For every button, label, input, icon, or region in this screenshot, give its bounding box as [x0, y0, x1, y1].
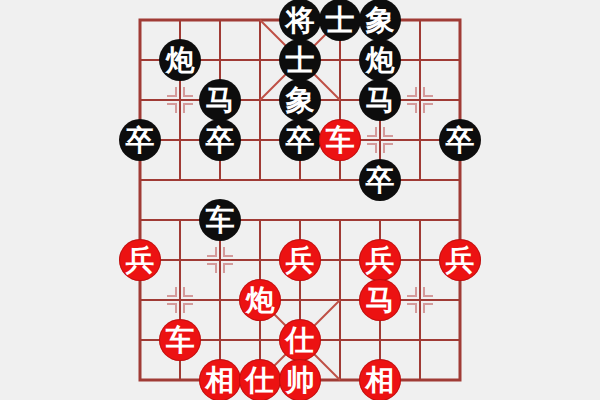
piece-red-soldier-i7[interactable]: 兵	[439, 239, 481, 281]
piece-black-soldier-e4[interactable]: 卒	[279, 119, 321, 161]
piece-red-horse-g8[interactable]: 马	[359, 279, 401, 321]
piece-red-chariot-b9[interactable]: 车	[159, 319, 201, 361]
piece-red-elephant-c10[interactable]: 相	[199, 359, 241, 400]
piece-red-chariot-f4[interactable]: 车	[319, 119, 361, 161]
piece-black-elephant-e3[interactable]: 象	[279, 79, 321, 121]
app-background: 将士象炮士炮马象马卒卒卒车卒卒车兵兵兵兵炮马车仕相仕帅相	[0, 0, 600, 400]
piece-red-soldier-a7[interactable]: 兵	[119, 239, 161, 281]
piece-black-horse-c3[interactable]: 马	[199, 79, 241, 121]
piece-black-advisor-f1[interactable]: 士	[319, 0, 361, 41]
piece-black-advisor-e2[interactable]: 士	[279, 39, 321, 81]
piece-black-cannon-b2[interactable]: 炮	[159, 39, 201, 81]
piece-red-advisor-d10[interactable]: 仕	[239, 359, 281, 400]
piece-black-chariot-c6[interactable]: 车	[199, 199, 241, 241]
piece-red-soldier-e7[interactable]: 兵	[279, 239, 321, 281]
piece-black-soldier-g5[interactable]: 卒	[359, 159, 401, 201]
piece-black-soldier-i4[interactable]: 卒	[439, 119, 481, 161]
piece-red-advisor-e9[interactable]: 仕	[279, 319, 321, 361]
piece-black-soldier-a4[interactable]: 卒	[119, 119, 161, 161]
piece-red-cannon-d8[interactable]: 炮	[239, 279, 281, 321]
piece-black-cannon-g2[interactable]: 炮	[359, 39, 401, 81]
piece-red-soldier-g7[interactable]: 兵	[359, 239, 401, 281]
piece-black-elephant-g1[interactable]: 象	[359, 0, 401, 41]
piece-black-soldier-c4[interactable]: 卒	[199, 119, 241, 161]
piece-red-general-e10[interactable]: 帅	[279, 359, 321, 400]
xiangqi-board: 将士象炮士炮马象马卒卒卒车卒卒车兵兵兵兵炮马车仕相仕帅相	[120, 0, 480, 400]
piece-black-general-e1[interactable]: 将	[279, 0, 321, 41]
piece-black-horse-g3[interactable]: 马	[359, 79, 401, 121]
piece-red-elephant-g10[interactable]: 相	[359, 359, 401, 400]
